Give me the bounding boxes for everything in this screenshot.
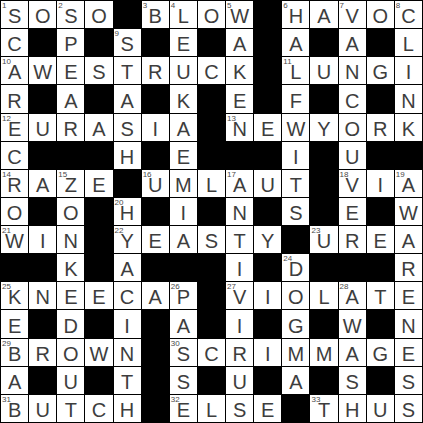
cell-4-12[interactable]: O	[339, 114, 366, 141]
cell-8-14[interactable]: A	[395, 226, 422, 253]
cell-7-10[interactable]: S	[282, 198, 309, 225]
black-cell-7-7	[198, 198, 225, 225]
black-cell-3-13	[367, 85, 394, 112]
cell-6-6[interactable]: M	[170, 170, 197, 197]
black-cell-3-7	[198, 85, 225, 112]
cell-letter: N	[395, 91, 422, 111]
cell-letter: C	[339, 91, 366, 111]
cell-14-11[interactable]: 33T	[310, 395, 337, 422]
cell-letter: S	[1, 6, 28, 26]
cell-1-2[interactable]: P	[57, 29, 84, 56]
cell-12-10[interactable]: M	[282, 339, 309, 366]
cell-letter: K	[57, 259, 84, 279]
cell-letter: Y	[254, 231, 281, 251]
cell-letter: E	[395, 344, 422, 364]
cell-letter: C	[198, 344, 225, 364]
cell-4-1[interactable]: U	[29, 114, 56, 141]
cell-2-13[interactable]: G	[367, 57, 394, 84]
cell-letter: A	[57, 91, 84, 111]
cell-letter: E	[170, 147, 197, 167]
cell-14-2[interactable]: T	[57, 395, 84, 422]
cell-7-4[interactable]: 20H	[114, 198, 141, 225]
cell-11-6[interactable]: A	[170, 310, 197, 337]
cell-letter: K	[226, 62, 253, 82]
cell-13-12[interactable]: S	[339, 367, 366, 394]
cell-2-1[interactable]: W	[29, 57, 56, 84]
black-cell-8-10	[282, 226, 309, 253]
cell-1-14[interactable]: L	[395, 29, 422, 56]
cell-letter: I	[395, 62, 422, 82]
cell-6-8[interactable]: 17A	[226, 170, 253, 197]
cell-1-0[interactable]: C	[1, 29, 28, 56]
black-cell-7-3	[85, 198, 112, 225]
cell-12-12[interactable]: A	[339, 339, 366, 366]
cell-letter: L	[198, 400, 225, 420]
cell-letter: C	[114, 287, 141, 307]
cell-letter: A	[170, 316, 197, 336]
cell-letter: A	[1, 62, 28, 82]
cell-letter: W	[395, 203, 422, 223]
black-cell-7-5	[142, 198, 169, 225]
cell-10-12[interactable]: 28A	[339, 282, 366, 309]
cell-letter: R	[339, 231, 366, 251]
cell-letter: R	[367, 119, 394, 139]
cell-letter: N	[226, 203, 253, 223]
cell-6-2[interactable]: 15Z	[57, 170, 84, 197]
cell-10-10[interactable]: O	[282, 282, 309, 309]
cell-letter: A	[29, 175, 56, 195]
cell-13-4[interactable]: T	[114, 367, 141, 394]
cell-letter: A	[170, 119, 197, 139]
cell-10-13[interactable]: T	[367, 282, 394, 309]
cell-2-3[interactable]: S	[85, 57, 112, 84]
cell-14-9[interactable]: E	[254, 395, 281, 422]
cell-10-8[interactable]: 27V	[226, 282, 253, 309]
black-cell-10-7	[198, 282, 225, 309]
cell-11-14[interactable]: N	[395, 310, 422, 337]
cell-12-1[interactable]: R	[29, 339, 56, 366]
cell-0-1[interactable]: O	[29, 1, 56, 28]
cell-8-0[interactable]: 21W	[1, 226, 28, 253]
cell-3-0[interactable]: R	[1, 85, 28, 112]
cell-2-7[interactable]: C	[198, 57, 225, 84]
cell-4-6[interactable]: A	[170, 114, 197, 141]
cell-letter: T	[310, 400, 337, 420]
cell-letter: L	[395, 34, 422, 54]
cell-5-6[interactable]: E	[170, 142, 197, 169]
black-cell-8-3	[85, 226, 112, 253]
cell-8-12[interactable]: R	[339, 226, 366, 253]
cell-5-4[interactable]: H	[114, 142, 141, 169]
cell-0-12[interactable]: 7V	[339, 1, 366, 28]
cell-11-10[interactable]: G	[282, 310, 309, 337]
cell-14-6[interactable]: 32E	[170, 395, 197, 422]
cell-letter: A	[170, 231, 197, 251]
cell-letter: I	[170, 203, 197, 223]
cell-letter: R	[1, 175, 28, 195]
cell-4-0[interactable]: 12E	[1, 114, 28, 141]
cell-1-8[interactable]: A	[226, 29, 253, 56]
black-cell-2-9	[254, 57, 281, 84]
cell-7-12[interactable]: E	[339, 198, 366, 225]
cell-10-9[interactable]: I	[254, 282, 281, 309]
cell-letter: K	[1, 287, 28, 307]
cell-letter: A	[395, 175, 422, 195]
cell-letter: E	[85, 175, 112, 195]
black-cell-9-3	[85, 254, 112, 281]
cell-8-4[interactable]: 22Y	[114, 226, 141, 253]
cell-10-14[interactable]: E	[395, 282, 422, 309]
cell-6-1[interactable]: A	[29, 170, 56, 197]
cell-0-2[interactable]: 2S	[57, 1, 84, 28]
cell-letter: M	[170, 175, 197, 195]
black-cell-5-9	[254, 142, 281, 169]
cell-letter: A	[339, 344, 366, 364]
cell-1-6[interactable]: E	[170, 29, 197, 56]
black-cell-0-4	[114, 1, 141, 28]
cell-letter: U	[142, 175, 169, 195]
cell-12-8[interactable]: R	[226, 339, 253, 366]
cell-letter: U	[29, 400, 56, 420]
cell-3-10[interactable]: F	[282, 85, 309, 112]
cell-letter: O	[282, 287, 309, 307]
cell-letter: Y	[310, 119, 337, 139]
cell-2-8[interactable]: K	[226, 57, 253, 84]
cell-letter: O	[339, 119, 366, 139]
cell-12-3[interactable]: W	[85, 339, 112, 366]
cell-letter: E	[170, 400, 197, 420]
cell-letter: W	[282, 119, 309, 139]
cell-8-2[interactable]: N	[57, 226, 84, 253]
cell-12-7[interactable]: C	[198, 339, 225, 366]
cell-7-0[interactable]: O	[1, 198, 28, 225]
cell-letter: U	[57, 372, 84, 392]
cell-letter: U	[310, 231, 337, 251]
cell-letter: A	[395, 231, 422, 251]
cell-10-4[interactable]: C	[114, 282, 141, 309]
cell-letter: A	[282, 372, 309, 392]
cell-10-3[interactable]: E	[85, 282, 112, 309]
black-cell-13-5	[142, 367, 169, 394]
cell-5-12[interactable]: U	[339, 142, 366, 169]
cell-letter: N	[29, 287, 56, 307]
cell-4-13[interactable]: R	[367, 114, 394, 141]
cell-13-0[interactable]: A	[1, 367, 28, 394]
cell-4-4[interactable]: S	[114, 114, 141, 141]
black-cell-14-10	[282, 395, 309, 422]
cell-8-6[interactable]: A	[170, 226, 197, 253]
cell-12-11[interactable]: M	[310, 339, 337, 366]
cell-letter: A	[85, 119, 112, 139]
cell-letter: S	[114, 119, 141, 139]
cell-6-14[interactable]: 19A	[395, 170, 422, 197]
cell-9-4[interactable]: A	[114, 254, 141, 281]
cell-letter: S	[85, 62, 112, 82]
cell-12-6[interactable]: 30S	[170, 339, 197, 366]
cell-10-11[interactable]: L	[310, 282, 337, 309]
cell-letter: S	[282, 203, 309, 223]
cell-letter: E	[85, 287, 112, 307]
cell-8-11[interactable]: 23U	[310, 226, 337, 253]
cell-letter: V	[339, 175, 366, 195]
black-cell-1-5	[142, 29, 169, 56]
cell-6-9[interactable]: U	[254, 170, 281, 197]
cell-letter: S	[198, 231, 225, 251]
cell-3-8[interactable]: E	[226, 85, 253, 112]
cell-letter: H	[114, 400, 141, 420]
cell-letter: E	[395, 287, 422, 307]
cell-8-5[interactable]: E	[142, 226, 169, 253]
cell-letter: I	[367, 175, 394, 195]
cell-2-2[interactable]: E	[57, 57, 84, 84]
cell-11-8[interactable]: I	[226, 310, 253, 337]
cell-letter: E	[226, 91, 253, 111]
black-cell-5-5	[142, 142, 169, 169]
cell-letter: O	[198, 6, 225, 26]
cell-letter: K	[395, 119, 422, 139]
cell-letter: N	[395, 316, 422, 336]
cell-10-0[interactable]: 25K	[1, 282, 28, 309]
cell-3-14[interactable]: N	[395, 85, 422, 112]
cell-2-6[interactable]: U	[170, 57, 197, 84]
cell-9-2[interactable]: K	[57, 254, 84, 281]
cell-letter: N	[226, 119, 253, 139]
cell-letter: O	[57, 203, 84, 223]
cell-letter: U	[339, 147, 366, 167]
cell-letter: D	[57, 316, 84, 336]
cell-14-7[interactable]: L	[198, 395, 225, 422]
black-cell-3-1	[29, 85, 56, 112]
cell-13-14[interactable]: S	[395, 367, 422, 394]
cell-14-3[interactable]: C	[85, 395, 112, 422]
cell-5-10[interactable]: I	[282, 142, 309, 169]
cell-6-0[interactable]: 14R	[1, 170, 28, 197]
cell-14-8[interactable]: S	[226, 395, 253, 422]
cell-12-9[interactable]: I	[254, 339, 281, 366]
cell-1-10[interactable]: A	[282, 29, 309, 56]
black-cell-1-7	[198, 29, 225, 56]
cell-letter: I	[254, 287, 281, 307]
cell-14-1[interactable]: U	[29, 395, 56, 422]
black-cell-11-1	[29, 310, 56, 337]
cell-letter: W	[85, 344, 112, 364]
cell-letter: U	[310, 62, 337, 82]
cell-4-3[interactable]: A	[85, 114, 112, 141]
cell-13-2[interactable]: U	[57, 367, 84, 394]
cell-2-12[interactable]: N	[339, 57, 366, 84]
cell-4-11[interactable]: Y	[310, 114, 337, 141]
cell-letter: B	[1, 344, 28, 364]
cell-6-3[interactable]: E	[85, 170, 112, 197]
black-cell-11-3	[85, 310, 112, 337]
cell-9-14[interactable]: R	[395, 254, 422, 281]
cell-letter: W	[29, 62, 56, 82]
cell-12-4[interactable]: N	[114, 339, 141, 366]
cell-8-1[interactable]: I	[29, 226, 56, 253]
cell-letter: C	[395, 6, 422, 26]
cell-10-1[interactable]: N	[29, 282, 56, 309]
cell-7-14[interactable]: W	[395, 198, 422, 225]
cell-3-2[interactable]: A	[57, 85, 84, 112]
cell-letter: Y	[114, 231, 141, 251]
cell-letter: T	[57, 400, 84, 420]
cell-10-2[interactable]: E	[57, 282, 84, 309]
cell-letter: O	[367, 6, 394, 26]
black-cell-1-11	[310, 29, 337, 56]
black-cell-3-11	[310, 85, 337, 112]
cell-4-14[interactable]: K	[395, 114, 422, 141]
cell-12-14[interactable]: E	[395, 339, 422, 366]
cell-letter: U	[29, 119, 56, 139]
cell-13-8[interactable]: U	[226, 367, 253, 394]
cell-12-0[interactable]: 29B	[1, 339, 28, 366]
cell-3-12[interactable]: C	[339, 85, 366, 112]
cell-letter: T	[114, 372, 141, 392]
cell-1-4[interactable]: 9S	[114, 29, 141, 56]
cell-9-8[interactable]: I	[226, 254, 253, 281]
cell-7-8[interactable]: N	[226, 198, 253, 225]
black-cell-13-3	[85, 367, 112, 394]
cell-letter: I	[114, 316, 141, 336]
cell-letter: H	[339, 400, 366, 420]
cell-8-13[interactable]: E	[367, 226, 394, 253]
cell-0-0[interactable]: 1S	[1, 1, 28, 28]
cell-8-9[interactable]: Y	[254, 226, 281, 253]
cell-letter: H	[114, 147, 141, 167]
cell-2-14[interactable]: I	[395, 57, 422, 84]
cell-letter: A	[226, 34, 253, 54]
cell-letter: U	[254, 175, 281, 195]
black-cell-9-6	[170, 254, 197, 281]
cell-8-8[interactable]: T	[226, 226, 253, 253]
black-cell-9-5	[142, 254, 169, 281]
cell-4-10[interactable]: W	[282, 114, 309, 141]
cell-letter: M	[310, 344, 337, 364]
cell-letter: A	[310, 6, 337, 26]
cell-0-3[interactable]: O	[85, 1, 112, 28]
black-cell-11-5	[142, 310, 169, 337]
cell-2-5[interactable]: R	[142, 57, 169, 84]
cell-9-10[interactable]: 24D	[282, 254, 309, 281]
cell-0-7[interactable]: O	[198, 1, 225, 28]
cell-letter: P	[57, 34, 84, 54]
cell-letter: L	[282, 62, 309, 82]
cell-12-13[interactable]: G	[367, 339, 394, 366]
cell-7-2[interactable]: O	[57, 198, 84, 225]
black-cell-13-7	[198, 367, 225, 394]
black-cell-13-1	[29, 367, 56, 394]
cell-letter: O	[1, 203, 28, 223]
black-cell-9-13	[367, 254, 394, 281]
cell-letter: S	[114, 34, 141, 54]
cell-10-6[interactable]: 26P	[170, 282, 197, 309]
cell-letter: A	[282, 34, 309, 54]
cell-2-4[interactable]: T	[114, 57, 141, 84]
cell-0-5[interactable]: 3B	[142, 1, 169, 28]
cell-8-7[interactable]: S	[198, 226, 225, 253]
cell-11-2[interactable]: D	[57, 310, 84, 337]
black-cell-11-13	[367, 310, 394, 337]
cell-4-2[interactable]: R	[57, 114, 84, 141]
cell-letter: N	[57, 231, 84, 251]
cell-letter: E	[339, 203, 366, 223]
cell-7-6[interactable]: I	[170, 198, 197, 225]
cell-10-5[interactable]: A	[142, 282, 169, 309]
cell-letter: R	[226, 344, 253, 364]
cell-0-13[interactable]: O	[367, 1, 394, 28]
cell-letter: U	[226, 372, 253, 392]
cell-13-6[interactable]: S	[170, 367, 197, 394]
cell-11-4[interactable]: I	[114, 310, 141, 337]
cell-letter: D	[282, 259, 309, 279]
cell-4-8[interactable]: 13N	[226, 114, 253, 141]
cell-0-8[interactable]: 5W	[226, 1, 253, 28]
cell-3-6[interactable]: K	[170, 85, 197, 112]
cell-letter: C	[1, 34, 28, 54]
cell-14-12[interactable]: H	[339, 395, 366, 422]
black-cell-5-2	[57, 142, 84, 169]
cell-letter: S	[170, 372, 197, 392]
cell-4-9[interactable]: E	[254, 114, 281, 141]
black-cell-11-11	[310, 310, 337, 337]
black-cell-0-9	[254, 1, 281, 28]
cell-letter: E	[57, 287, 84, 307]
cell-4-5[interactable]: I	[142, 114, 169, 141]
cell-0-10[interactable]: 6H	[282, 1, 309, 28]
cell-2-11[interactable]: U	[310, 57, 337, 84]
black-cell-5-8	[226, 142, 253, 169]
cell-2-0[interactable]: 10A	[1, 57, 28, 84]
cell-3-4[interactable]: A	[114, 85, 141, 112]
cell-letter: A	[114, 91, 141, 111]
cell-5-0[interactable]: C	[1, 142, 28, 169]
cell-letter: A	[339, 34, 366, 54]
black-cell-3-5	[142, 85, 169, 112]
cell-0-11[interactable]: A	[310, 1, 337, 28]
cell-letter: V	[339, 6, 366, 26]
cell-letter: R	[29, 344, 56, 364]
black-cell-11-9	[254, 310, 281, 337]
cell-6-5[interactable]: 16U	[142, 170, 169, 197]
cell-1-12[interactable]: A	[339, 29, 366, 56]
cell-letter: R	[142, 62, 169, 82]
cell-letter: I	[254, 344, 281, 364]
cell-6-12[interactable]: 18V	[339, 170, 366, 197]
cell-11-12[interactable]: W	[339, 310, 366, 337]
black-cell-11-7	[198, 310, 225, 337]
black-cell-9-0	[1, 254, 28, 281]
cell-12-2[interactable]: O	[57, 339, 84, 366]
cell-0-14[interactable]: 8C	[395, 1, 422, 28]
cell-letter: N	[339, 62, 366, 82]
cell-2-10[interactable]: 11L	[282, 57, 309, 84]
cell-letter: U	[170, 62, 197, 82]
cell-letter: I	[142, 119, 169, 139]
cell-0-6[interactable]: 4L	[170, 1, 197, 28]
cell-11-0[interactable]: E	[1, 310, 28, 337]
cell-14-4[interactable]: H	[114, 395, 141, 422]
cell-14-14[interactable]: S	[395, 395, 422, 422]
cell-14-13[interactable]: U	[367, 395, 394, 422]
cell-14-0[interactable]: 31B	[1, 395, 28, 422]
black-cell-14-5	[142, 395, 169, 422]
cell-letter: F	[282, 91, 309, 111]
cell-13-10[interactable]: A	[282, 367, 309, 394]
black-cell-7-13	[367, 198, 394, 225]
cell-6-13[interactable]: I	[367, 170, 394, 197]
cell-6-10[interactable]: T	[282, 170, 309, 197]
cell-6-7[interactable]: L	[198, 170, 225, 197]
